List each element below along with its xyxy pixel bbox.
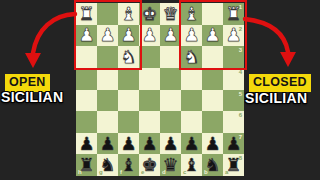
square-e3 [139, 46, 160, 68]
square-e8: e♚ [139, 154, 160, 176]
square-e1: ♚ [139, 3, 160, 25]
square-h8: h♜ [76, 154, 97, 176]
square-d7: ♟ [160, 133, 181, 155]
square-d6 [160, 111, 181, 133]
white-pawn: ♟ [162, 26, 178, 44]
black-pawn: ♟ [162, 135, 178, 153]
black-pawn: ♟ [99, 135, 115, 153]
square-b7: ♟ [202, 133, 223, 155]
square-h6 [76, 111, 97, 133]
square-c7: ♟ [181, 133, 202, 155]
square-a8: 8a♜ [223, 154, 244, 176]
square-g7: ♟ [97, 133, 118, 155]
square-e7: ♟ [139, 133, 160, 155]
square-h5 [76, 90, 97, 112]
black-bishop: ♝ [120, 156, 136, 174]
square-b5 [202, 90, 223, 112]
square-a7: 7♟ [223, 133, 244, 155]
square-g8: g♞ [97, 154, 118, 176]
square-a4: 4 [223, 68, 244, 90]
white-king: ♚ [141, 5, 157, 23]
square-a6: 6 [223, 111, 244, 133]
file-coordinate: h [78, 169, 82, 175]
square-f7: ♟ [118, 133, 139, 155]
thumbnail-stage: ♜♝♚♛♝1♜♟♟♟♟♟♟♟2♟♞♞3456♟♟♟♟♟♟♟7♟h♜g♞f♝e♚d… [0, 0, 320, 180]
open-sicilian-highlight-box [74, 0, 142, 70]
open-label-subtitle: SICILIAN [1, 90, 63, 104]
square-b6 [202, 111, 223, 133]
square-d8: d♛ [160, 154, 181, 176]
square-c8: c♝ [181, 154, 202, 176]
square-f4 [118, 68, 139, 90]
square-f8: f♝ [118, 154, 139, 176]
square-e6 [139, 111, 160, 133]
square-c6 [181, 111, 202, 133]
rank-coordinate: 7 [239, 134, 242, 140]
square-h4 [76, 68, 97, 90]
rank-coordinate: 6 [239, 112, 242, 118]
square-d4 [160, 68, 181, 90]
square-d5 [160, 90, 181, 112]
rank-coordinate: 8 [239, 155, 242, 161]
square-b4 [202, 68, 223, 90]
square-h7: ♟ [76, 133, 97, 155]
file-coordinate: c [183, 169, 186, 175]
square-g4 [97, 68, 118, 90]
square-e4 [139, 68, 160, 90]
left-red-arrow [25, 14, 75, 68]
square-f5 [118, 90, 139, 112]
file-coordinate: a [225, 169, 228, 175]
file-coordinate: b [204, 169, 208, 175]
closed-label-subtitle: SICILIAN [245, 91, 307, 105]
black-pawn: ♟ [78, 135, 94, 153]
square-g6 [97, 111, 118, 133]
white-queen: ♛ [162, 5, 178, 23]
square-a5: 5 [223, 90, 244, 112]
square-e2: ♟ [139, 25, 160, 47]
square-e5 [139, 90, 160, 112]
right-red-arrow [245, 19, 296, 67]
closed-sicilian-highlight-box [179, 0, 247, 70]
black-pawn: ♟ [183, 135, 199, 153]
file-coordinate: f [120, 169, 122, 175]
black-pawn: ♟ [204, 135, 220, 153]
file-coordinate: d [162, 169, 166, 175]
white-pawn: ♟ [141, 26, 157, 44]
square-b8: b♞ [202, 154, 223, 176]
square-c5 [181, 90, 202, 112]
file-coordinate: g [99, 169, 103, 175]
black-pawn: ♟ [141, 135, 157, 153]
square-f6 [118, 111, 139, 133]
file-coordinate: e [141, 169, 144, 175]
black-pawn: ♟ [120, 135, 136, 153]
rank-coordinate: 5 [239, 91, 242, 97]
square-g5 [97, 90, 118, 112]
square-c4 [181, 68, 202, 90]
